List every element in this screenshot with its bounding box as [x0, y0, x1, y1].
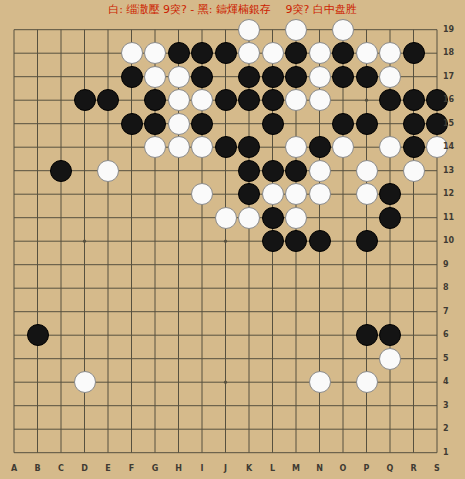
- go-stone-white-J11: [215, 207, 237, 229]
- go-stone-white-O19: [332, 19, 354, 41]
- go-stone-white-R13: [403, 160, 425, 182]
- column-label-D: D: [75, 464, 95, 473]
- go-stone-black-F15: [121, 113, 143, 135]
- go-app-background: 白: 缁潵壓 9突? - 黑: 鑄煇楠銀存 9突? 白中盘胜 ABCDEFGHI…: [0, 0, 465, 479]
- row-label-7: 7: [443, 307, 461, 316]
- go-stone-white-P13: [356, 160, 378, 182]
- star-point: [224, 381, 227, 384]
- column-label-H: H: [169, 464, 189, 473]
- row-label-6: 6: [443, 330, 461, 339]
- go-stone-white-D4: [74, 371, 96, 393]
- go-stone-white-P18: [356, 42, 378, 64]
- row-label-2: 2: [443, 424, 461, 433]
- go-stone-white-Q5: [379, 348, 401, 370]
- go-stone-white-N17: [309, 66, 331, 88]
- go-stone-black-R18: [403, 42, 425, 64]
- go-stone-black-C13: [50, 160, 72, 182]
- column-label-L: L: [263, 464, 283, 473]
- go-stone-black-I17: [191, 66, 213, 88]
- star-point: [224, 240, 227, 243]
- go-stone-black-J16: [215, 89, 237, 111]
- go-stone-black-L10: [262, 230, 284, 252]
- column-label-K: K: [239, 464, 259, 473]
- go-stone-white-L18: [262, 42, 284, 64]
- go-stone-white-N13: [309, 160, 331, 182]
- column-label-F: F: [122, 464, 142, 473]
- go-stone-white-P4: [356, 371, 378, 393]
- go-stone-black-O17: [332, 66, 354, 88]
- go-stone-white-G17: [144, 66, 166, 88]
- go-stone-black-K13: [238, 160, 260, 182]
- go-stone-black-Q11: [379, 207, 401, 229]
- row-label-4: 4: [443, 377, 461, 386]
- go-stone-black-H18: [168, 42, 190, 64]
- column-label-S: S: [427, 464, 447, 473]
- go-stone-black-L17: [262, 66, 284, 88]
- go-stone-white-N12: [309, 183, 331, 205]
- go-stone-black-J14: [215, 136, 237, 158]
- row-label-13: 13: [443, 166, 461, 175]
- column-label-J: J: [216, 464, 236, 473]
- go-stone-black-P15: [356, 113, 378, 135]
- row-label-17: 17: [443, 72, 461, 81]
- column-label-O: O: [333, 464, 353, 473]
- go-stone-black-D16: [74, 89, 96, 111]
- go-stone-white-H16: [168, 89, 190, 111]
- go-stone-black-O15: [332, 113, 354, 135]
- row-label-11: 11: [443, 213, 461, 222]
- go-stone-white-H15: [168, 113, 190, 135]
- go-stone-black-L11: [262, 207, 284, 229]
- go-stone-white-E13: [97, 160, 119, 182]
- row-label-16: 16: [443, 95, 461, 104]
- go-stone-white-L12: [262, 183, 284, 205]
- go-stone-black-P10: [356, 230, 378, 252]
- star-point: [365, 99, 368, 102]
- go-stone-white-K11: [238, 207, 260, 229]
- go-stone-white-H14: [168, 136, 190, 158]
- go-stone-black-N14: [309, 136, 331, 158]
- go-stone-black-L16: [262, 89, 284, 111]
- go-stone-white-K19: [238, 19, 260, 41]
- go-stone-black-N10: [309, 230, 331, 252]
- column-label-C: C: [51, 464, 71, 473]
- column-label-A: A: [4, 464, 24, 473]
- go-stone-black-G15: [144, 113, 166, 135]
- go-stone-black-R14: [403, 136, 425, 158]
- go-stone-white-F18: [121, 42, 143, 64]
- go-stone-white-N18: [309, 42, 331, 64]
- column-label-P: P: [357, 464, 377, 473]
- row-label-8: 8: [443, 283, 461, 292]
- go-stone-black-P17: [356, 66, 378, 88]
- go-stone-black-R15: [403, 113, 425, 135]
- column-label-R: R: [404, 464, 424, 473]
- go-stone-black-K17: [238, 66, 260, 88]
- column-label-Q: Q: [380, 464, 400, 473]
- go-stone-black-L15: [262, 113, 284, 135]
- go-stone-white-Q17: [379, 66, 401, 88]
- go-stone-white-P12: [356, 183, 378, 205]
- row-label-10: 10: [443, 236, 461, 245]
- row-label-19: 19: [443, 25, 461, 34]
- column-label-B: B: [28, 464, 48, 473]
- row-label-14: 14: [443, 142, 461, 151]
- go-stone-white-N4: [309, 371, 331, 393]
- column-label-M: M: [286, 464, 306, 473]
- row-label-9: 9: [443, 260, 461, 269]
- go-stone-black-M17: [285, 66, 307, 88]
- column-label-I: I: [192, 464, 212, 473]
- go-stone-black-F17: [121, 66, 143, 88]
- go-stone-black-B6: [27, 324, 49, 346]
- row-label-5: 5: [443, 354, 461, 363]
- column-label-G: G: [145, 464, 165, 473]
- row-label-1: 1: [443, 448, 461, 457]
- go-stone-black-J18: [215, 42, 237, 64]
- row-label-15: 15: [443, 119, 461, 128]
- column-label-N: N: [310, 464, 330, 473]
- go-stone-black-M13: [285, 160, 307, 182]
- go-stone-black-R16: [403, 89, 425, 111]
- go-stone-black-L13: [262, 160, 284, 182]
- star-point: [83, 240, 86, 243]
- go-stone-black-P6: [356, 324, 378, 346]
- go-stone-white-N16: [309, 89, 331, 111]
- go-stone-black-I15: [191, 113, 213, 135]
- go-stone-white-H17: [168, 66, 190, 88]
- row-label-18: 18: [443, 48, 461, 57]
- go-stone-white-M19: [285, 19, 307, 41]
- row-label-3: 3: [443, 401, 461, 410]
- go-stone-white-M11: [285, 207, 307, 229]
- column-label-E: E: [98, 464, 118, 473]
- row-label-12: 12: [443, 189, 461, 198]
